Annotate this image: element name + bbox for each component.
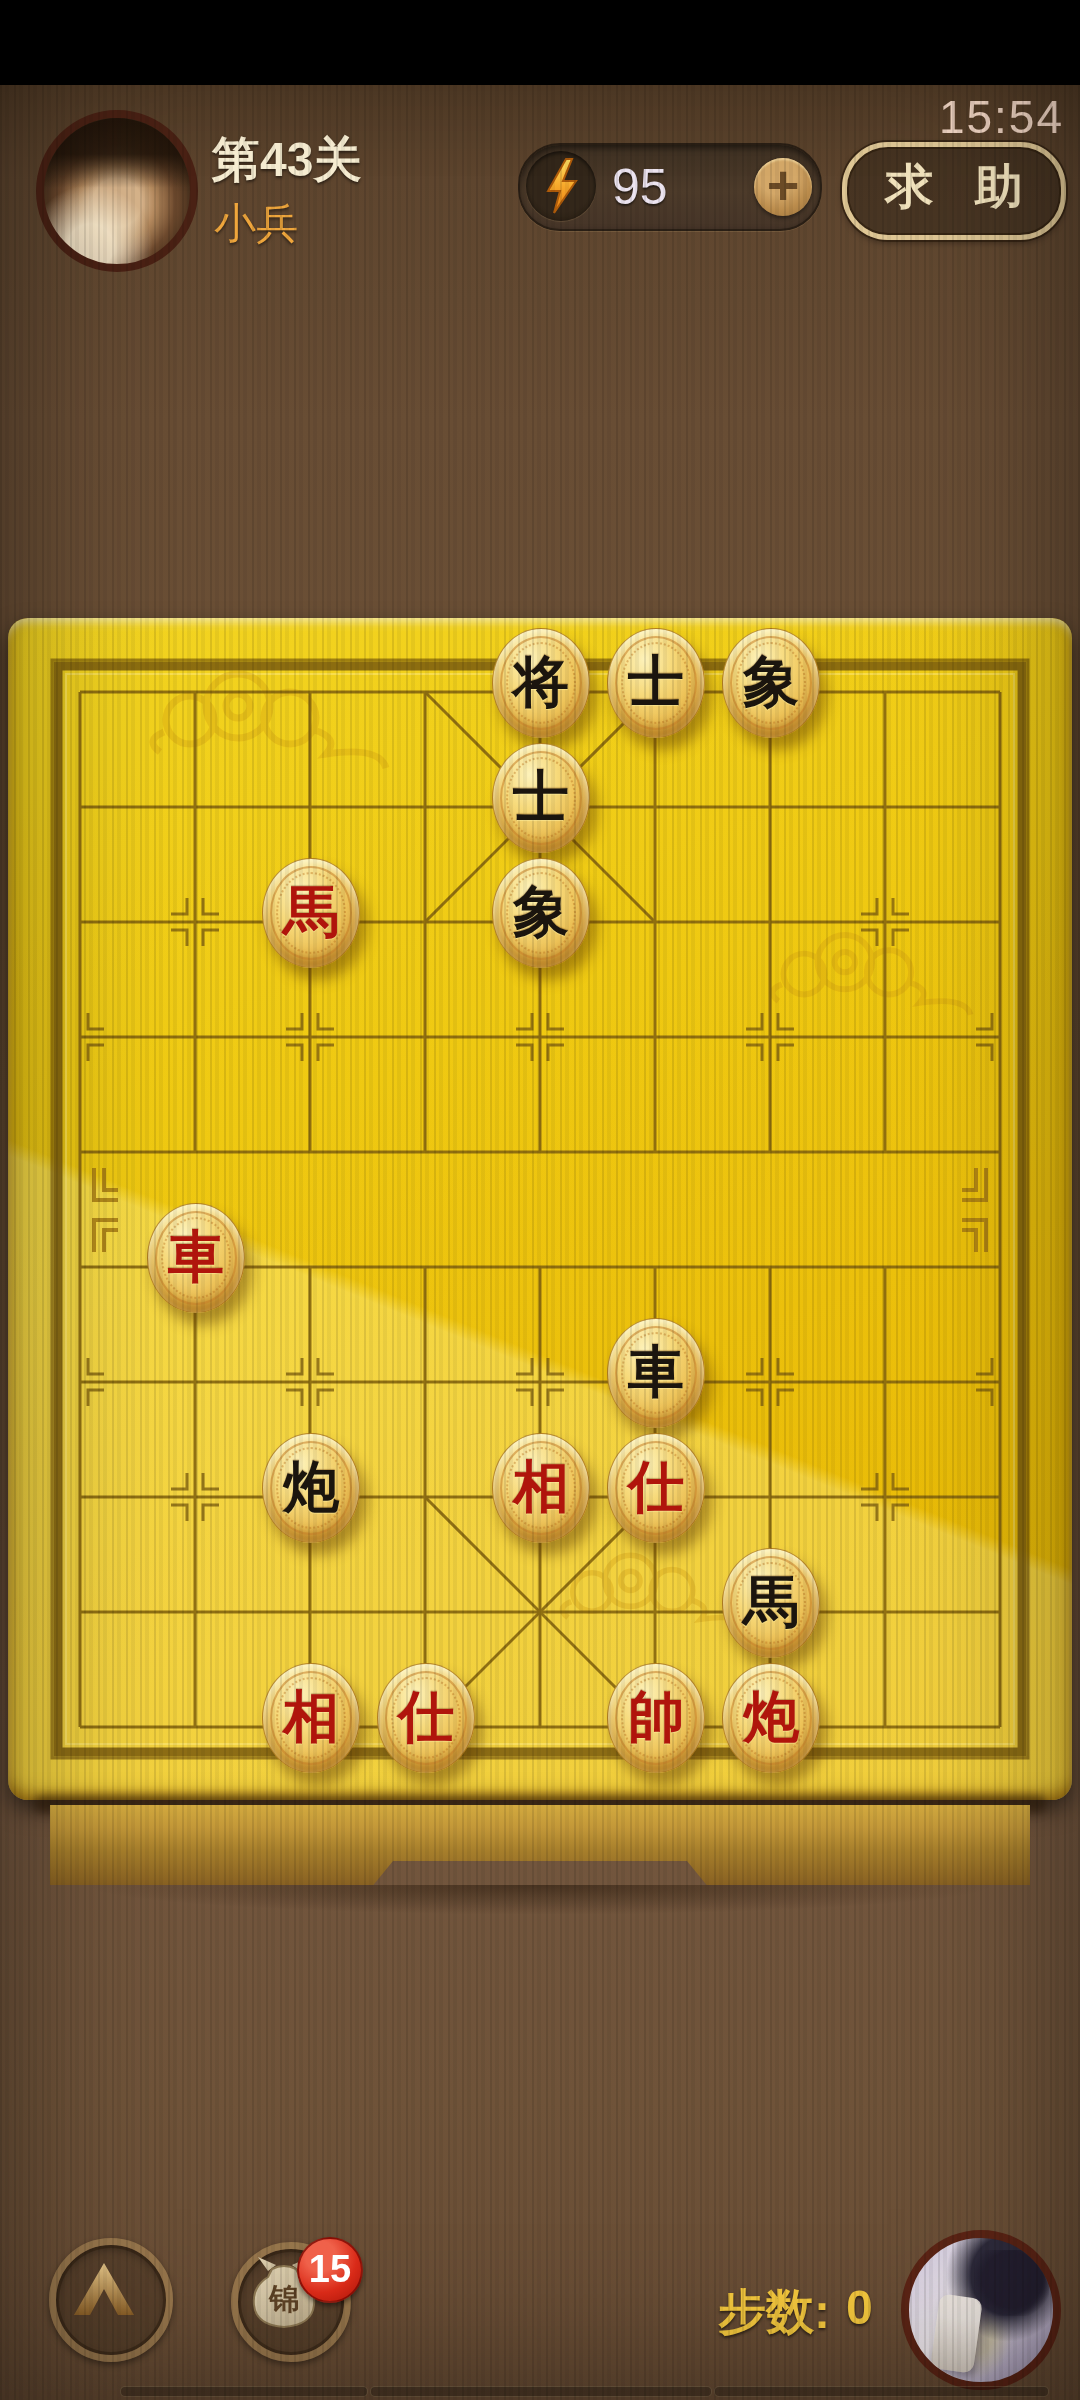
- piece-black-chariot[interactable]: 車: [607, 1318, 705, 1428]
- opponent-avatar[interactable]: [901, 2230, 1061, 2390]
- step-counter: 步数: 0: [718, 2280, 873, 2344]
- bottom-hint-bar: [120, 2386, 368, 2397]
- piece-red-cannon[interactable]: 炮: [722, 1663, 820, 1773]
- piece-character: 車: [148, 1204, 244, 1312]
- piece-black-horse[interactable]: 馬: [722, 1548, 820, 1658]
- piece-black-general[interactable]: 将: [492, 628, 590, 738]
- piece-red-advisor[interactable]: 仕: [377, 1663, 475, 1773]
- piece-black-advisor[interactable]: 士: [607, 628, 705, 738]
- board-shelf-underglow: [80, 1885, 1000, 1915]
- piece-red-general[interactable]: 帥: [607, 1663, 705, 1773]
- step-counter-label: 步数:: [718, 2280, 830, 2344]
- piece-red-elephant[interactable]: 相: [262, 1663, 360, 1773]
- piece-character: 馬: [723, 1549, 819, 1657]
- piece-red-chariot[interactable]: 車: [147, 1203, 245, 1313]
- piece-character: 将: [493, 629, 589, 737]
- game-screen: 15:54 第43关 小兵 95 + 求 助: [0, 0, 1080, 2400]
- bag-badge-count: 15: [297, 2237, 363, 2303]
- piece-character: 仕: [608, 1434, 704, 1542]
- energy-counter: 95 +: [518, 143, 822, 231]
- collapse-menu-button[interactable]: [49, 2238, 173, 2362]
- piece-character: 相: [493, 1434, 589, 1542]
- piece-black-elephant[interactable]: 象: [722, 628, 820, 738]
- bottom-hint-bar: [370, 2386, 712, 2397]
- player-avatar[interactable]: [36, 110, 198, 272]
- piece-character: 馬: [263, 859, 359, 967]
- lightning-icon: [526, 151, 596, 221]
- piece-character: 士: [608, 629, 704, 737]
- help-button[interactable]: 求 助: [842, 142, 1066, 240]
- bottom-hint-bar: [714, 2386, 1049, 2397]
- status-bar-notch: [0, 0, 1080, 85]
- piece-character: 炮: [723, 1664, 819, 1772]
- piece-black-advisor[interactable]: 士: [492, 743, 590, 853]
- player-rank-label: 小兵: [214, 196, 298, 252]
- piece-black-cannon[interactable]: 炮: [262, 1433, 360, 1543]
- add-energy-button[interactable]: +: [754, 158, 812, 216]
- piece-red-advisor[interactable]: 仕: [607, 1433, 705, 1543]
- piece-character: 象: [723, 629, 819, 737]
- piece-character: 炮: [263, 1434, 359, 1542]
- piece-character: 相: [263, 1664, 359, 1772]
- level-title: 第43关: [212, 128, 361, 192]
- svg-text:锦: 锦: [268, 2282, 299, 2315]
- status-bar-clock: 15:54: [939, 90, 1064, 144]
- piece-red-elephant[interactable]: 相: [492, 1433, 590, 1543]
- step-counter-value: 0: [846, 2280, 873, 2344]
- piece-black-elephant[interactable]: 象: [492, 858, 590, 968]
- piece-red-horse[interactable]: 馬: [262, 858, 360, 968]
- energy-value: 95: [612, 158, 668, 216]
- piece-character: 車: [608, 1319, 704, 1427]
- piece-character: 仕: [378, 1664, 474, 1772]
- board-shelf: [50, 1805, 1030, 1885]
- up-arrow-icon: [56, 2245, 152, 2341]
- piece-character: 帥: [608, 1664, 704, 1772]
- piece-character: 士: [493, 744, 589, 852]
- piece-character: 象: [493, 859, 589, 967]
